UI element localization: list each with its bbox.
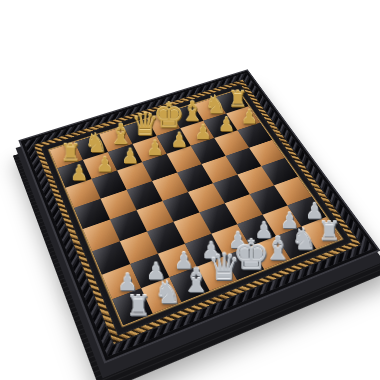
square-a7[interactable]: ♟ [57,160,91,188]
piece-black-pawn-a7[interactable]: ♟ [50,163,107,184]
piece-white-rook-a1[interactable]: ♜ [105,292,172,320]
square-a1[interactable]: ♜ [112,288,152,325]
product-photo-scene: ♜♞♝♛♚♝♞♜♟♟♟♟♟♟♟♟♟♟♟♟♟♟♟♟♜♞♝♛♚♝♞♜ [0,0,380,380]
